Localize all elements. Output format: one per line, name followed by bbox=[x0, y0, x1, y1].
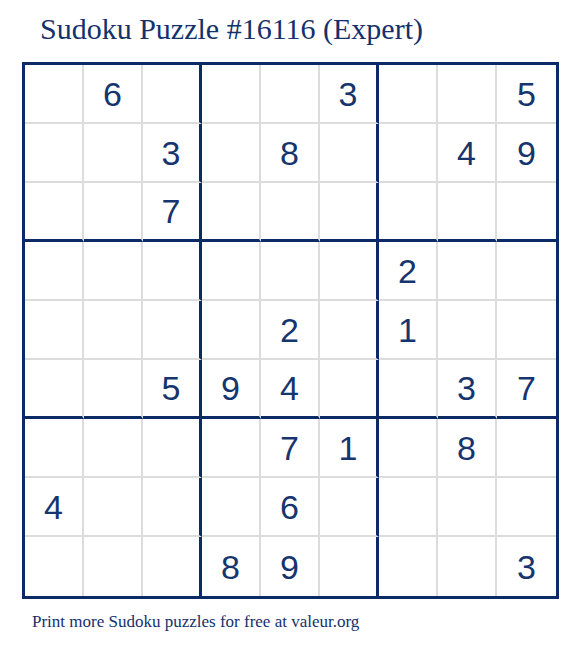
sudoku-cell: 6 bbox=[84, 65, 143, 124]
page-title: Sudoku Puzzle #16116 (Expert) bbox=[40, 12, 423, 46]
sudoku-cell: 7 bbox=[143, 183, 202, 242]
sudoku-cell bbox=[84, 537, 143, 596]
sudoku-cell bbox=[202, 183, 261, 242]
sudoku-cell: 1 bbox=[379, 301, 438, 360]
sudoku-cell: 9 bbox=[261, 537, 320, 596]
sudoku-cell: 2 bbox=[261, 301, 320, 360]
sudoku-cell: 7 bbox=[261, 419, 320, 478]
sudoku-cell bbox=[143, 301, 202, 360]
sudoku-cell bbox=[261, 242, 320, 301]
sudoku-cell bbox=[261, 65, 320, 124]
sudoku-cell: 9 bbox=[497, 124, 556, 183]
sudoku-cell: 4 bbox=[261, 360, 320, 419]
sudoku-cell: 4 bbox=[438, 124, 497, 183]
sudoku-cell bbox=[320, 360, 379, 419]
sudoku-cell bbox=[379, 419, 438, 478]
sudoku-cell bbox=[84, 478, 143, 537]
sudoku-cell bbox=[25, 65, 84, 124]
sudoku-cell bbox=[320, 301, 379, 360]
sudoku-cell bbox=[438, 242, 497, 301]
sudoku-board: 635384972215943771846893 bbox=[22, 62, 559, 599]
sudoku-cell: 2 bbox=[379, 242, 438, 301]
sudoku-cell: 1 bbox=[320, 419, 379, 478]
sudoku-cell bbox=[25, 183, 84, 242]
sudoku-cell bbox=[320, 537, 379, 596]
sudoku-cell: 8 bbox=[438, 419, 497, 478]
sudoku-cell: 4 bbox=[25, 478, 84, 537]
sudoku-cell: 5 bbox=[497, 65, 556, 124]
sudoku-cell bbox=[438, 537, 497, 596]
sudoku-cell bbox=[143, 65, 202, 124]
sudoku-cell bbox=[379, 124, 438, 183]
sudoku-cell bbox=[84, 419, 143, 478]
sudoku-cell bbox=[202, 65, 261, 124]
sudoku-cell bbox=[320, 124, 379, 183]
sudoku-cell bbox=[320, 478, 379, 537]
sudoku-cell bbox=[497, 419, 556, 478]
sudoku-cell bbox=[202, 242, 261, 301]
sudoku-cell bbox=[25, 242, 84, 301]
sudoku-cell: 8 bbox=[261, 124, 320, 183]
sudoku-cell bbox=[84, 124, 143, 183]
sudoku-cell bbox=[320, 242, 379, 301]
sudoku-cell: 3 bbox=[497, 537, 556, 596]
sudoku-cell bbox=[438, 301, 497, 360]
footer-text: Print more Sudoku puzzles for free at va… bbox=[32, 612, 359, 632]
sudoku-cell: 3 bbox=[438, 360, 497, 419]
sudoku-cell: 6 bbox=[261, 478, 320, 537]
sudoku-cell bbox=[320, 183, 379, 242]
sudoku-cell: 5 bbox=[143, 360, 202, 419]
sudoku-cell bbox=[379, 478, 438, 537]
sudoku-cell bbox=[202, 124, 261, 183]
sudoku-cell: 3 bbox=[143, 124, 202, 183]
sudoku-cell bbox=[379, 537, 438, 596]
sudoku-cell: 9 bbox=[202, 360, 261, 419]
sudoku-cell bbox=[143, 537, 202, 596]
sudoku-cell bbox=[379, 183, 438, 242]
sudoku-cell bbox=[143, 242, 202, 301]
sudoku-cell bbox=[379, 65, 438, 124]
sudoku-cell bbox=[202, 478, 261, 537]
sudoku-cell bbox=[84, 183, 143, 242]
sudoku-cell bbox=[143, 419, 202, 478]
sudoku-cell bbox=[202, 419, 261, 478]
sudoku-cell bbox=[25, 301, 84, 360]
sudoku-cell bbox=[438, 478, 497, 537]
sudoku-cell bbox=[25, 360, 84, 419]
sudoku-cell bbox=[379, 360, 438, 419]
sudoku-cell bbox=[143, 478, 202, 537]
sudoku-cell bbox=[25, 537, 84, 596]
sudoku-cell bbox=[202, 301, 261, 360]
sudoku-cell: 7 bbox=[497, 360, 556, 419]
sudoku-cell bbox=[25, 124, 84, 183]
sudoku-cell bbox=[438, 65, 497, 124]
sudoku-cell: 8 bbox=[202, 537, 261, 596]
sudoku-cell bbox=[84, 360, 143, 419]
sudoku-cell bbox=[84, 301, 143, 360]
sudoku-cell bbox=[497, 242, 556, 301]
page: Sudoku Puzzle #16116 (Expert) 6353849722… bbox=[0, 0, 580, 651]
sudoku-cell bbox=[438, 183, 497, 242]
sudoku-cell bbox=[497, 478, 556, 537]
sudoku-cell bbox=[497, 301, 556, 360]
sudoku-cell bbox=[261, 183, 320, 242]
sudoku-cell: 3 bbox=[320, 65, 379, 124]
sudoku-cell bbox=[84, 242, 143, 301]
sudoku-cell bbox=[25, 419, 84, 478]
sudoku-cell bbox=[497, 183, 556, 242]
